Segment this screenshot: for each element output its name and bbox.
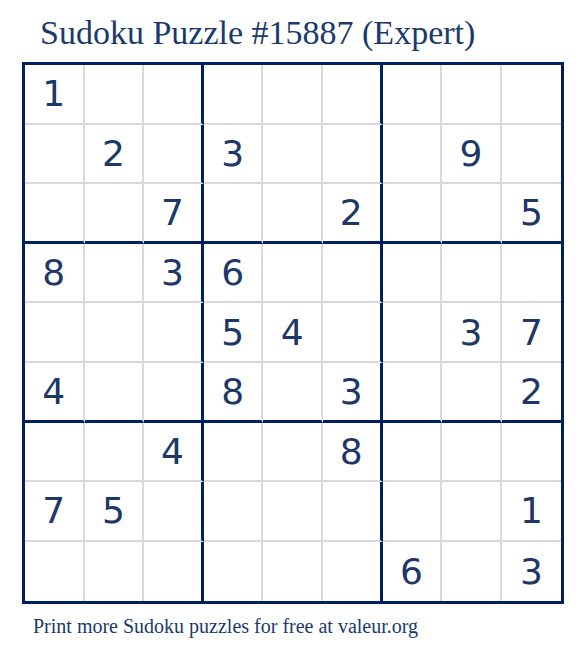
cell-r7c3: 4 (144, 423, 204, 483)
cell-r4c3: 3 (144, 244, 204, 304)
cell-r7c9 (502, 423, 562, 483)
cell-r3c7 (383, 184, 443, 244)
cell-r4c1: 8 (25, 244, 85, 304)
cell-r6c5 (263, 363, 323, 423)
cell-r2c2: 2 (85, 125, 145, 185)
cell-r6c8 (442, 363, 502, 423)
cell-r5c4: 5 (204, 303, 264, 363)
cell-r2c5 (263, 125, 323, 185)
cell-r9c5 (263, 542, 323, 602)
cell-r3c6: 2 (323, 184, 383, 244)
cell-r8c1: 7 (25, 482, 85, 542)
cell-r7c1 (25, 423, 85, 483)
cell-r5c3 (144, 303, 204, 363)
cell-r9c8 (442, 542, 502, 602)
cell-r6c3 (144, 363, 204, 423)
cell-r9c2 (85, 542, 145, 602)
cell-r1c7 (383, 65, 443, 125)
cell-r7c4 (204, 423, 264, 483)
cell-r7c8 (442, 423, 502, 483)
cell-r1c6 (323, 65, 383, 125)
cell-r3c8 (442, 184, 502, 244)
cell-r2c4: 3 (204, 125, 264, 185)
page-title: Sudoku Puzzle #15887 (Expert) (40, 13, 475, 53)
cell-r9c7: 6 (383, 542, 443, 602)
cell-r4c5 (263, 244, 323, 304)
cell-r2c6 (323, 125, 383, 185)
cell-r2c9 (502, 125, 562, 185)
cell-r2c7 (383, 125, 443, 185)
cell-r7c7 (383, 423, 443, 483)
cell-r9c9: 3 (502, 542, 562, 602)
cell-r8c4 (204, 482, 264, 542)
cell-r1c4 (204, 65, 264, 125)
cell-r9c4 (204, 542, 264, 602)
cell-r8c2: 5 (85, 482, 145, 542)
sudoku-grid: 1239725836543748324875163 (22, 62, 564, 604)
cell-r8c3 (144, 482, 204, 542)
cell-r5c1 (25, 303, 85, 363)
cell-r1c1: 1 (25, 65, 85, 125)
cell-r3c4 (204, 184, 264, 244)
cell-r9c3 (144, 542, 204, 602)
cell-r3c1 (25, 184, 85, 244)
cell-r5c9: 7 (502, 303, 562, 363)
cell-r1c8 (442, 65, 502, 125)
cell-r4c9 (502, 244, 562, 304)
cell-r6c1: 4 (25, 363, 85, 423)
cell-r6c7 (383, 363, 443, 423)
cell-r8c8 (442, 482, 502, 542)
footer-note: Print more Sudoku puzzles for free at va… (33, 613, 418, 639)
cell-r5c2 (85, 303, 145, 363)
cell-r9c6 (323, 542, 383, 602)
cell-r4c7 (383, 244, 443, 304)
cell-r6c6: 3 (323, 363, 383, 423)
cell-r8c9: 1 (502, 482, 562, 542)
cell-r1c9 (502, 65, 562, 125)
cell-r3c3: 7 (144, 184, 204, 244)
cell-r6c4: 8 (204, 363, 264, 423)
cell-r6c2 (85, 363, 145, 423)
cell-r2c8: 9 (442, 125, 502, 185)
cell-r1c2 (85, 65, 145, 125)
cell-r4c4: 6 (204, 244, 264, 304)
cell-r2c3 (144, 125, 204, 185)
cell-r8c5 (263, 482, 323, 542)
cell-r3c9: 5 (502, 184, 562, 244)
cell-r1c3 (144, 65, 204, 125)
cell-r7c6: 8 (323, 423, 383, 483)
cell-r3c5 (263, 184, 323, 244)
cell-r4c8 (442, 244, 502, 304)
cell-r2c1 (25, 125, 85, 185)
cell-r4c6 (323, 244, 383, 304)
cell-r4c2 (85, 244, 145, 304)
cell-r7c2 (85, 423, 145, 483)
cell-r1c5 (263, 65, 323, 125)
cell-r5c7 (383, 303, 443, 363)
cell-r6c9: 2 (502, 363, 562, 423)
cell-r5c5: 4 (263, 303, 323, 363)
cell-r3c2 (85, 184, 145, 244)
cell-r5c6 (323, 303, 383, 363)
cell-r5c8: 3 (442, 303, 502, 363)
cell-r7c5 (263, 423, 323, 483)
cell-r9c1 (25, 542, 85, 602)
cell-r8c7 (383, 482, 443, 542)
cell-r8c6 (323, 482, 383, 542)
